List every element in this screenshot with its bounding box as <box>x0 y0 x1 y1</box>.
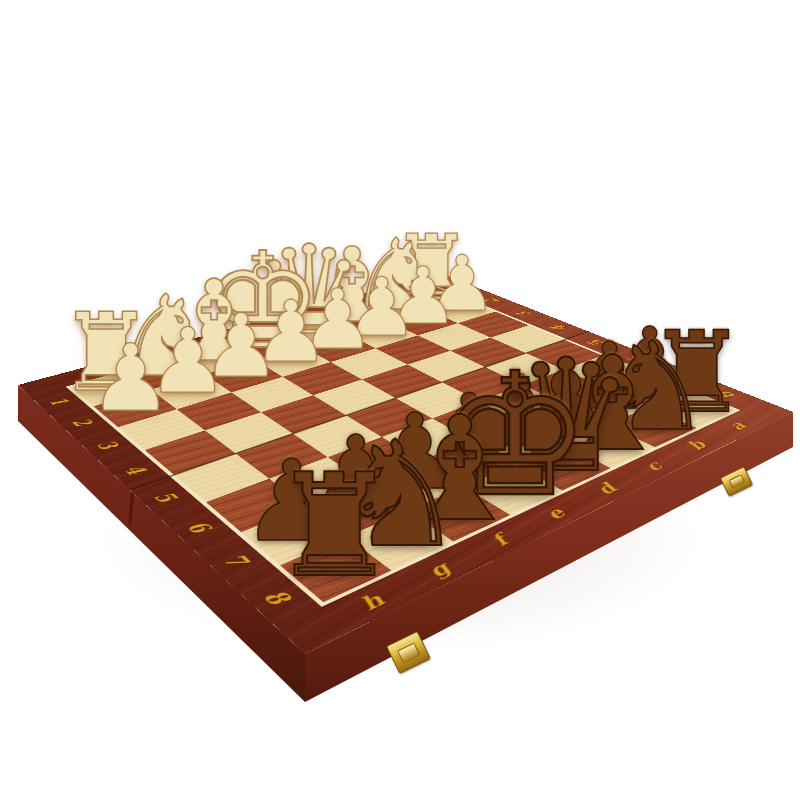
coord-number-sw-5: 5 <box>142 485 189 510</box>
coord-number-sw-3: 3 <box>86 435 129 456</box>
product-photo-stage: 1234567812345678abcdefgh ♜♞♝♛♚♝♞♜♟♟♟♟♟♟♟… <box>0 0 800 800</box>
coord-number-sw-4: 4 <box>113 459 158 482</box>
coord-number-sw-6: 6 <box>175 514 224 541</box>
piece-white-pawn-h2: ♟ <box>89 332 172 424</box>
piece-black-rook-h8: ♜ <box>271 455 398 597</box>
